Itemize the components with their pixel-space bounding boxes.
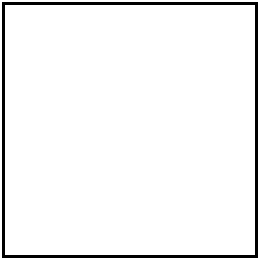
chess-diagram xyxy=(0,0,260,260)
chess-board xyxy=(2,2,258,258)
